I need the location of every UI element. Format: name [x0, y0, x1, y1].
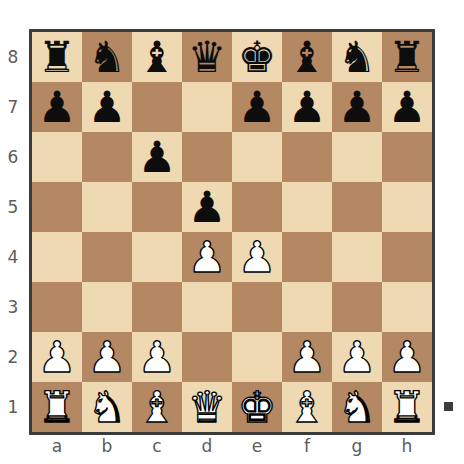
piece-white-bishop[interactable]: ♝	[288, 382, 327, 432]
square-d3[interactable]	[182, 282, 232, 332]
square-c1[interactable]: ♝	[132, 382, 182, 432]
square-c7[interactable]	[132, 82, 182, 132]
square-g7[interactable]: ♟	[332, 82, 382, 132]
file-label-h: h	[382, 433, 432, 459]
piece-black-knight[interactable]: ♞	[338, 32, 377, 82]
piece-white-pawn[interactable]: ♟	[338, 332, 377, 382]
file-label-g: g	[332, 433, 382, 459]
piece-black-knight[interactable]: ♞	[88, 32, 127, 82]
piece-black-pawn[interactable]: ♟	[338, 82, 377, 132]
square-h7[interactable]: ♟	[382, 82, 432, 132]
piece-white-pawn[interactable]: ♟	[188, 232, 227, 282]
square-b2[interactable]: ♟	[82, 332, 132, 382]
square-b6[interactable]	[82, 132, 132, 182]
square-g1[interactable]: ♞	[332, 382, 382, 432]
square-h4[interactable]	[382, 232, 432, 282]
piece-white-pawn[interactable]: ♟	[388, 332, 427, 382]
rank-label-6: 6	[0, 132, 26, 182]
square-f2[interactable]: ♟	[282, 332, 332, 382]
file-label-c: c	[132, 433, 182, 459]
piece-black-bishop[interactable]: ♝	[138, 32, 177, 82]
file-label-f: f	[282, 433, 332, 459]
square-e6[interactable]	[232, 132, 282, 182]
piece-white-pawn[interactable]: ♟	[88, 332, 127, 382]
square-e2[interactable]	[232, 332, 282, 382]
square-a2[interactable]: ♟	[32, 332, 82, 382]
square-e4[interactable]: ♟	[232, 232, 282, 282]
piece-black-pawn[interactable]: ♟	[138, 132, 177, 182]
rank-label-2: 2	[0, 332, 26, 382]
square-h1[interactable]: ♜	[382, 382, 432, 432]
file-label-a: a	[32, 433, 82, 459]
square-e3[interactable]	[232, 282, 282, 332]
rank-label-3: 3	[0, 282, 26, 332]
square-g5[interactable]	[332, 182, 382, 232]
file-label-b: b	[82, 433, 132, 459]
square-c5[interactable]	[132, 182, 182, 232]
square-b3[interactable]	[82, 282, 132, 332]
square-a8[interactable]: ♜	[32, 32, 82, 82]
piece-white-knight[interactable]: ♞	[338, 382, 377, 432]
rank-label-1: 1	[0, 382, 26, 432]
square-g4[interactable]	[332, 232, 382, 282]
square-d4[interactable]: ♟	[182, 232, 232, 282]
square-h5[interactable]	[382, 182, 432, 232]
square-f8[interactable]: ♝	[282, 32, 332, 82]
square-h6[interactable]	[382, 132, 432, 182]
square-b8[interactable]: ♞	[82, 32, 132, 82]
square-a1[interactable]: ♜	[32, 382, 82, 432]
square-f6[interactable]	[282, 132, 332, 182]
file-label-d: d	[182, 433, 232, 459]
square-a3[interactable]	[32, 282, 82, 332]
square-c6[interactable]: ♟	[132, 132, 182, 182]
piece-white-knight[interactable]: ♞	[88, 382, 127, 432]
square-b4[interactable]	[82, 232, 132, 282]
square-a7[interactable]: ♟	[32, 82, 82, 132]
square-d5[interactable]: ♟	[182, 182, 232, 232]
square-g3[interactable]	[332, 282, 382, 332]
piece-white-pawn[interactable]: ♟	[38, 332, 77, 382]
square-b5[interactable]	[82, 182, 132, 232]
piece-white-rook[interactable]: ♜	[388, 382, 427, 432]
square-e7[interactable]: ♟	[232, 82, 282, 132]
piece-black-king[interactable]: ♚	[238, 32, 277, 82]
square-b7[interactable]: ♟	[82, 82, 132, 132]
piece-black-queen[interactable]: ♛	[188, 32, 227, 82]
rank-label-5: 5	[0, 182, 26, 232]
move-indicator-square	[444, 402, 453, 411]
piece-black-pawn[interactable]: ♟	[388, 82, 427, 132]
square-a4[interactable]	[32, 232, 82, 282]
square-f4[interactable]	[282, 232, 332, 282]
piece-black-rook[interactable]: ♜	[38, 32, 77, 82]
square-e8[interactable]: ♚	[232, 32, 282, 82]
square-g2[interactable]: ♟	[332, 332, 382, 382]
square-c3[interactable]	[132, 282, 182, 332]
square-d7[interactable]	[182, 82, 232, 132]
piece-white-pawn[interactable]: ♟	[288, 332, 327, 382]
piece-black-pawn[interactable]: ♟	[38, 82, 77, 132]
square-c4[interactable]	[132, 232, 182, 282]
square-c8[interactable]: ♝	[132, 32, 182, 82]
piece-black-pawn[interactable]: ♟	[288, 82, 327, 132]
piece-white-pawn[interactable]: ♟	[138, 332, 177, 382]
piece-white-bishop[interactable]: ♝	[138, 382, 177, 432]
square-h3[interactable]	[382, 282, 432, 332]
piece-black-pawn[interactable]: ♟	[238, 82, 277, 132]
rank-labels: 87654321	[0, 32, 26, 432]
piece-white-king[interactable]: ♚	[238, 382, 277, 432]
piece-black-bishop[interactable]: ♝	[288, 32, 327, 82]
square-a5[interactable]	[32, 182, 82, 232]
file-label-e: e	[232, 433, 282, 459]
square-e5[interactable]	[232, 182, 282, 232]
rank-label-8: 8	[0, 32, 26, 82]
square-d8[interactable]: ♛	[182, 32, 232, 82]
square-e1[interactable]: ♚	[232, 382, 282, 432]
square-f1[interactable]: ♝	[282, 382, 332, 432]
piece-black-rook[interactable]: ♜	[388, 32, 427, 82]
file-labels: abcdefgh	[32, 433, 432, 459]
piece-black-pawn[interactable]: ♟	[88, 82, 127, 132]
square-g8[interactable]: ♞	[332, 32, 382, 82]
square-h8[interactable]: ♜	[382, 32, 432, 82]
square-g6[interactable]	[332, 132, 382, 182]
piece-white-queen[interactable]: ♛	[188, 382, 227, 432]
piece-black-pawn[interactable]: ♟	[188, 182, 227, 232]
square-d6[interactable]	[182, 132, 232, 182]
square-d1[interactable]: ♛	[182, 382, 232, 432]
rank-label-4: 4	[0, 232, 26, 282]
chessboard[interactable]: ♜♞♝♛♚♝♞♜♟♟♟♟♟♟♟♟♟♟♟♟♟♟♟♟♜♞♝♛♚♝♞♜	[29, 29, 435, 435]
square-h2[interactable]: ♟	[382, 332, 432, 382]
square-f5[interactable]	[282, 182, 332, 232]
rank-label-7: 7	[0, 82, 26, 132]
square-b1[interactable]: ♞	[82, 382, 132, 432]
piece-white-pawn[interactable]: ♟	[238, 232, 277, 282]
square-c2[interactable]: ♟	[132, 332, 182, 382]
square-a6[interactable]	[32, 132, 82, 182]
square-d2[interactable]	[182, 332, 232, 382]
piece-white-rook[interactable]: ♜	[38, 382, 77, 432]
square-f7[interactable]: ♟	[282, 82, 332, 132]
page: 87654321 ♜♞♝♛♚♝♞♜♟♟♟♟♟♟♟♟♟♟♟♟♟♟♟♟♜♞♝♛♚♝♞…	[0, 0, 464, 464]
square-f3[interactable]	[282, 282, 332, 332]
